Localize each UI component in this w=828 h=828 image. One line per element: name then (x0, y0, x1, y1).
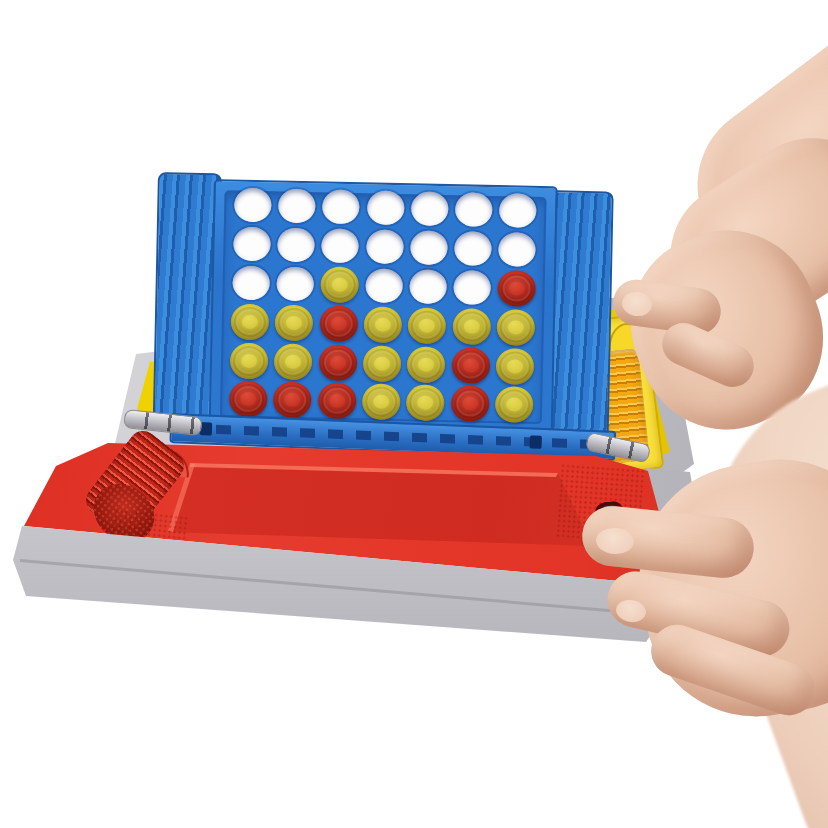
empty-hole (321, 229, 359, 264)
cell-r2-c4[interactable] (362, 227, 407, 267)
cell-r2-c5[interactable] (406, 228, 451, 268)
empty-hole (455, 193, 493, 228)
empty-hole (277, 228, 315, 263)
cell-r4-c7[interactable] (493, 307, 538, 347)
cell-r4-c4[interactable] (360, 305, 405, 345)
cell-r6-c2[interactable] (270, 380, 315, 420)
empty-hole (276, 266, 314, 301)
cell-r1-c6[interactable] (451, 190, 496, 230)
disc-yellow (408, 307, 447, 344)
cell-r3-c6[interactable] (450, 268, 495, 308)
connect4-travel-case-photo (0, 0, 828, 828)
cell-r4-c1[interactable] (227, 302, 272, 342)
cell-r5-c5[interactable] (404, 344, 449, 384)
disc-yellow (231, 303, 270, 340)
cell-r2-c7[interactable] (495, 230, 540, 270)
cell-r4-c3[interactable] (316, 304, 361, 344)
disc-red (318, 383, 357, 420)
cell-r6-c6[interactable] (447, 384, 492, 424)
disc-red (497, 270, 536, 307)
disc-yellow (496, 309, 535, 346)
empty-hole (499, 194, 537, 229)
cell-r5-c6[interactable] (448, 345, 493, 385)
cell-r1-c2[interactable] (274, 186, 319, 226)
cell-r5-c3[interactable] (315, 343, 360, 383)
disc-yellow (362, 384, 401, 421)
disc-red (319, 305, 358, 342)
cell-r2-c2[interactable] (273, 225, 318, 265)
disc-yellow (363, 345, 402, 382)
cell-r5-c1[interactable] (227, 341, 272, 381)
cell-r5-c4[interactable] (360, 343, 405, 383)
cell-r5-c7[interactable] (492, 346, 537, 386)
cell-r6-c7[interactable] (492, 385, 537, 425)
disc-yellow (406, 385, 445, 422)
cell-r3-c2[interactable] (273, 264, 318, 304)
cell-r4-c6[interactable] (449, 307, 494, 347)
empty-hole (366, 230, 404, 265)
cell-r3-c5[interactable] (405, 267, 450, 307)
cell-r4-c2[interactable] (272, 303, 317, 343)
cell-r6-c3[interactable] (314, 381, 359, 421)
empty-hole (409, 269, 447, 304)
disc-red (273, 382, 312, 419)
empty-hole (453, 270, 491, 305)
disc-yellow (230, 342, 269, 379)
disc-yellow (407, 346, 446, 383)
disc-yellow (274, 343, 313, 380)
empty-hole (233, 227, 271, 262)
cell-r1-c5[interactable] (407, 189, 452, 229)
disc-red (229, 381, 268, 418)
empty-hole (410, 230, 448, 265)
empty-hole (232, 266, 270, 301)
disc-yellow (275, 304, 314, 341)
cell-r3-c4[interactable] (361, 266, 406, 306)
disc-yellow (495, 386, 534, 423)
connect4-board (153, 172, 614, 431)
disc-red (450, 386, 489, 423)
cell-r1-c1[interactable] (230, 186, 275, 226)
cell-r2-c3[interactable] (318, 226, 363, 266)
cell-r6-c4[interactable] (359, 382, 404, 422)
cell-r3-c7[interactable] (494, 269, 539, 309)
empty-hole (366, 191, 404, 226)
empty-hole (278, 189, 316, 224)
empty-hole (322, 190, 360, 225)
cell-r5-c2[interactable] (271, 342, 316, 382)
disc-yellow (452, 308, 491, 345)
cell-r3-c3[interactable] (317, 265, 362, 305)
cell-r3-c1[interactable] (228, 263, 273, 303)
disc-red (451, 347, 490, 384)
disc-yellow (364, 306, 403, 343)
disc-yellow (496, 348, 535, 385)
cell-r2-c6[interactable] (451, 229, 496, 269)
empty-hole (411, 192, 449, 227)
release-latch-right[interactable] (529, 435, 542, 448)
disc-yellow (320, 266, 359, 303)
cell-r6-c1[interactable] (226, 379, 271, 419)
cell-r4-c5[interactable] (405, 306, 450, 346)
disc-red (318, 344, 357, 381)
board-grid (226, 186, 541, 425)
empty-hole (234, 188, 272, 223)
empty-hole (454, 231, 492, 266)
empty-hole (365, 268, 403, 303)
cell-r2-c1[interactable] (229, 224, 274, 264)
empty-hole (499, 232, 537, 267)
cell-r1-c4[interactable] (363, 188, 408, 228)
cell-r6-c5[interactable] (403, 383, 448, 423)
cell-r1-c7[interactable] (496, 191, 541, 231)
cell-r1-c3[interactable] (318, 187, 363, 227)
